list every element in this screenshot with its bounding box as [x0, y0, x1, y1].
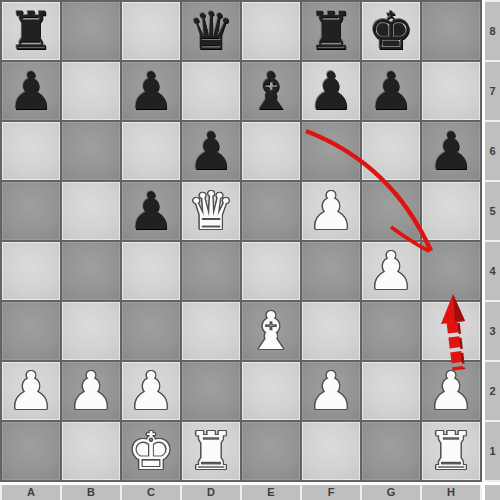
square-f5[interactable]: ♟: [302, 182, 360, 240]
square-e4[interactable]: [242, 242, 300, 300]
white-rook-d1: ♜: [182, 422, 240, 480]
square-f1[interactable]: [302, 422, 360, 480]
black-pawn-h6: ♟: [422, 122, 480, 180]
rank-label-4: 4: [485, 242, 500, 300]
rank-label-6: 6: [485, 122, 500, 180]
file-label-D: D: [182, 485, 240, 500]
square-a2[interactable]: ♟: [2, 362, 60, 420]
square-b6[interactable]: [62, 122, 120, 180]
square-e6[interactable]: [242, 122, 300, 180]
square-b1[interactable]: [62, 422, 120, 480]
black-king-g8: ♚: [362, 2, 420, 60]
square-g1[interactable]: [362, 422, 420, 480]
square-c4[interactable]: [122, 242, 180, 300]
square-f4[interactable]: [302, 242, 360, 300]
white-rook-h1: ♜: [422, 422, 480, 480]
rank-label-2: 2: [485, 362, 500, 420]
square-a1[interactable]: [2, 422, 60, 480]
rank-label-1: 1: [485, 422, 500, 480]
file-label-F: F: [302, 485, 360, 500]
square-d4[interactable]: [182, 242, 240, 300]
square-d2[interactable]: [182, 362, 240, 420]
square-f8[interactable]: ♜: [302, 2, 360, 60]
square-a5[interactable]: [2, 182, 60, 240]
square-h3[interactable]: [422, 302, 480, 360]
square-d1[interactable]: ♜: [182, 422, 240, 480]
square-h6[interactable]: ♟: [422, 122, 480, 180]
square-h4[interactable]: [422, 242, 480, 300]
white-pawn-f2: ♟: [302, 362, 360, 420]
square-a7[interactable]: ♟: [2, 62, 60, 120]
white-pawn-b2: ♟: [62, 362, 120, 420]
square-g5[interactable]: [362, 182, 420, 240]
square-g6[interactable]: [362, 122, 420, 180]
square-b3[interactable]: [62, 302, 120, 360]
rank-labels: 87654321: [485, 0, 500, 482]
square-e5[interactable]: [242, 182, 300, 240]
rank-label-3: 3: [485, 302, 500, 360]
square-d7[interactable]: [182, 62, 240, 120]
square-c5[interactable]: ♟: [122, 182, 180, 240]
black-pawn-f7: ♟: [302, 62, 360, 120]
square-f7[interactable]: ♟: [302, 62, 360, 120]
square-a3[interactable]: [2, 302, 60, 360]
square-b7[interactable]: [62, 62, 120, 120]
square-g8[interactable]: ♚: [362, 2, 420, 60]
square-c2[interactable]: ♟: [122, 362, 180, 420]
white-queen-d5: ♛: [182, 182, 240, 240]
square-a6[interactable]: [2, 122, 60, 180]
black-bishop-e7: ♝: [242, 62, 300, 120]
square-b8[interactable]: [62, 2, 120, 60]
square-e7[interactable]: ♝: [242, 62, 300, 120]
square-h1[interactable]: ♜: [422, 422, 480, 480]
white-pawn-a2: ♟: [2, 362, 60, 420]
square-b4[interactable]: [62, 242, 120, 300]
square-g2[interactable]: [362, 362, 420, 420]
square-h2[interactable]: ♟: [422, 362, 480, 420]
file-label-B: B: [62, 485, 120, 500]
black-pawn-d6: ♟: [182, 122, 240, 180]
square-e8[interactable]: [242, 2, 300, 60]
file-label-G: G: [362, 485, 420, 500]
square-e2[interactable]: [242, 362, 300, 420]
black-pawn-c7: ♟: [122, 62, 180, 120]
file-label-H: H: [422, 485, 480, 500]
black-pawn-g7: ♟: [362, 62, 420, 120]
rank-label-5: 5: [485, 182, 500, 240]
rank-label-7: 7: [485, 62, 500, 120]
file-label-A: A: [2, 485, 60, 500]
square-f2[interactable]: ♟: [302, 362, 360, 420]
square-b2[interactable]: ♟: [62, 362, 120, 420]
black-pawn-a7: ♟: [2, 62, 60, 120]
square-c1[interactable]: ♚: [122, 422, 180, 480]
white-pawn-c2: ♟: [122, 362, 180, 420]
square-g3[interactable]: [362, 302, 420, 360]
square-c7[interactable]: ♟: [122, 62, 180, 120]
white-pawn-g4: ♟: [362, 242, 420, 300]
square-g4[interactable]: ♟: [362, 242, 420, 300]
white-bishop-e3: ♝: [242, 302, 300, 360]
black-pawn-c5: ♟: [122, 182, 180, 240]
black-rook-a8: ♜: [2, 2, 60, 60]
square-c8[interactable]: [122, 2, 180, 60]
black-queen-d8: ♛: [182, 2, 240, 60]
white-king-c1: ♚: [122, 422, 180, 480]
white-pawn-h2: ♟: [422, 362, 480, 420]
square-h5[interactable]: [422, 182, 480, 240]
square-h8[interactable]: [422, 2, 480, 60]
board-grid: ♜♛♜♚♟♟♝♟♟♟♟♟♛♟♟♝♟♟♟♟♟♚♜♜: [0, 0, 482, 482]
square-d3[interactable]: [182, 302, 240, 360]
black-rook-f8: ♜: [302, 2, 360, 60]
square-a8[interactable]: ♜: [2, 2, 60, 60]
square-h7[interactable]: [422, 62, 480, 120]
file-labels: ABCDEFGH: [0, 485, 482, 500]
square-c6[interactable]: [122, 122, 180, 180]
coord-corner: [485, 485, 500, 500]
square-a4[interactable]: [2, 242, 60, 300]
file-label-E: E: [242, 485, 300, 500]
square-d8[interactable]: ♛: [182, 2, 240, 60]
square-d6[interactable]: ♟: [182, 122, 240, 180]
square-f6[interactable]: [302, 122, 360, 180]
rank-label-8: 8: [485, 2, 500, 60]
square-c3[interactable]: [122, 302, 180, 360]
square-g7[interactable]: ♟: [362, 62, 420, 120]
square-d5[interactable]: ♛: [182, 182, 240, 240]
square-e1[interactable]: [242, 422, 300, 480]
chessboard-screenshot: ♜♛♜♚♟♟♝♟♟♟♟♟♛♟♟♝♟♟♟♟♟♚♜♜ 87654321 ABCDEF…: [0, 0, 500, 500]
white-pawn-f5: ♟: [302, 182, 360, 240]
square-f3[interactable]: [302, 302, 360, 360]
square-e3[interactable]: ♝: [242, 302, 300, 360]
square-b5[interactable]: [62, 182, 120, 240]
file-label-C: C: [122, 485, 180, 500]
